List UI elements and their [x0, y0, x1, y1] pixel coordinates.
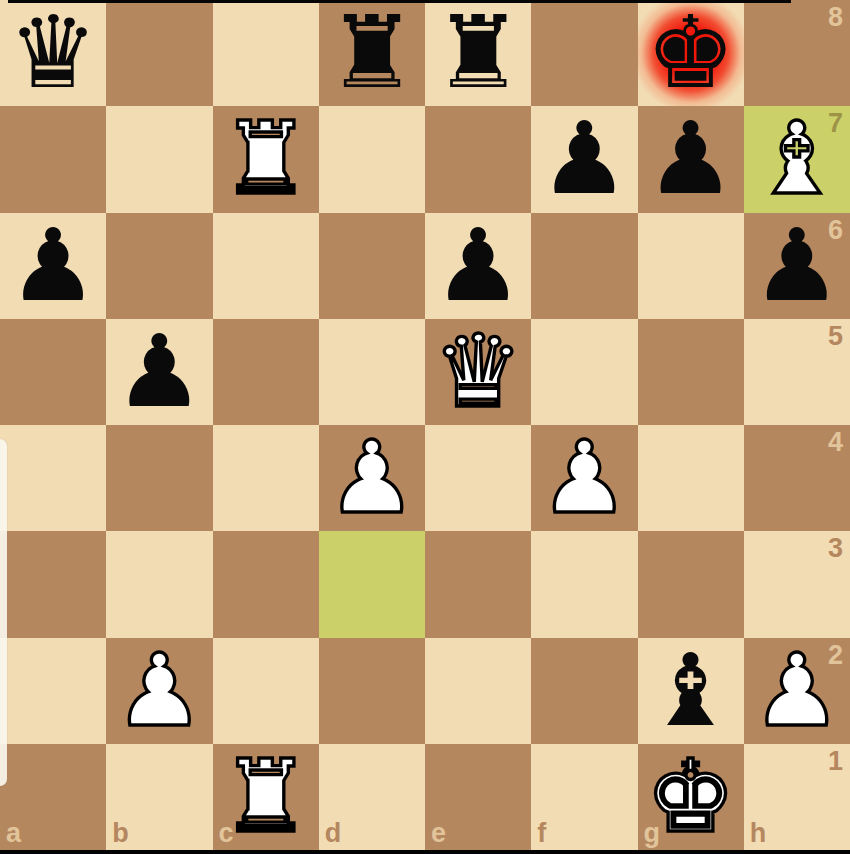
square-g2[interactable]: ♝ — [638, 638, 744, 744]
square-g4[interactable] — [638, 425, 744, 531]
square-b1[interactable]: b — [106, 744, 212, 850]
square-a1[interactable]: a — [0, 744, 106, 850]
side-drawer-handle[interactable] — [0, 439, 7, 786]
piece-black-queen[interactable]: ♛ — [8, 0, 98, 106]
coord-rank-6: 6 — [828, 217, 843, 244]
square-d3[interactable] — [319, 531, 425, 637]
square-f4[interactable]: ♟ — [531, 425, 637, 531]
square-f8[interactable] — [531, 0, 637, 106]
square-b8[interactable] — [106, 0, 212, 106]
coord-file-h: h — [750, 820, 767, 847]
piece-white-rook[interactable]: ♜ — [221, 106, 311, 212]
piece-white-pawn[interactable]: ♟ — [540, 425, 630, 531]
top-edge-bar — [8, 0, 791, 3]
square-e3[interactable] — [425, 531, 531, 637]
square-d1[interactable]: d — [319, 744, 425, 850]
piece-black-pawn[interactable]: ♟ — [433, 213, 523, 319]
square-a8[interactable]: ♛ — [0, 0, 106, 106]
piece-white-rook[interactable]: ♜ — [221, 744, 311, 850]
square-e8[interactable]: ♜ — [425, 0, 531, 106]
coord-rank-3: 3 — [828, 535, 843, 562]
square-f6[interactable] — [531, 213, 637, 319]
coord-file-b: b — [112, 820, 129, 847]
coord-file-a: a — [6, 820, 21, 847]
square-b5[interactable]: ♟ — [106, 319, 212, 425]
square-d8[interactable]: ♜ — [319, 0, 425, 106]
square-g8[interactable]: ♚ — [638, 0, 744, 106]
piece-black-pawn[interactable]: ♟ — [646, 106, 736, 212]
square-a4[interactable] — [0, 425, 106, 531]
chess-board: ♛♜♜♚8♜♟♟7♝♟♟6♟♟♛5♟♟43♟♝2♟abc♜defg♚1h — [0, 0, 850, 850]
square-b7[interactable] — [106, 106, 212, 212]
square-g6[interactable] — [638, 213, 744, 319]
square-c4[interactable] — [213, 425, 319, 531]
square-c1[interactable]: c♜ — [213, 744, 319, 850]
square-h5[interactable]: 5 — [744, 319, 850, 425]
square-e7[interactable] — [425, 106, 531, 212]
coord-rank-1: 1 — [828, 748, 843, 775]
square-c3[interactable] — [213, 531, 319, 637]
square-d6[interactable] — [319, 213, 425, 319]
square-a7[interactable] — [0, 106, 106, 212]
square-h8[interactable]: 8 — [744, 0, 850, 106]
square-f7[interactable]: ♟ — [531, 106, 637, 212]
square-g7[interactable]: ♟ — [638, 106, 744, 212]
square-d4[interactable]: ♟ — [319, 425, 425, 531]
square-f2[interactable] — [531, 638, 637, 744]
square-a5[interactable] — [0, 319, 106, 425]
square-e5[interactable]: ♛ — [425, 319, 531, 425]
square-g5[interactable] — [638, 319, 744, 425]
square-c7[interactable]: ♜ — [213, 106, 319, 212]
coord-file-f: f — [537, 820, 546, 847]
square-c5[interactable] — [213, 319, 319, 425]
square-g3[interactable] — [638, 531, 744, 637]
coord-file-c: c — [219, 820, 234, 847]
coord-rank-4: 4 — [828, 429, 843, 456]
square-h4[interactable]: 4 — [744, 425, 850, 531]
piece-black-pawn[interactable]: ♟ — [115, 319, 205, 425]
square-b4[interactable] — [106, 425, 212, 531]
square-e4[interactable] — [425, 425, 531, 531]
square-d2[interactable] — [319, 638, 425, 744]
piece-black-rook[interactable]: ♜ — [433, 0, 523, 106]
piece-black-rook[interactable]: ♜ — [327, 0, 417, 106]
square-d5[interactable] — [319, 319, 425, 425]
square-h2[interactable]: 2♟ — [744, 638, 850, 744]
piece-white-pawn[interactable]: ♟ — [327, 425, 417, 531]
square-b3[interactable] — [106, 531, 212, 637]
coord-file-e: e — [431, 820, 446, 847]
square-h1[interactable]: 1h — [744, 744, 850, 850]
coord-file-d: d — [325, 820, 342, 847]
square-h6[interactable]: 6♟ — [744, 213, 850, 319]
square-c6[interactable] — [213, 213, 319, 319]
bottom-edge-bar — [0, 850, 850, 854]
square-e6[interactable]: ♟ — [425, 213, 531, 319]
square-g1[interactable]: g♚ — [638, 744, 744, 850]
square-b2[interactable]: ♟ — [106, 638, 212, 744]
square-f5[interactable] — [531, 319, 637, 425]
piece-black-pawn[interactable]: ♟ — [8, 213, 98, 319]
piece-black-king[interactable]: ♚ — [646, 0, 736, 106]
square-e2[interactable] — [425, 638, 531, 744]
square-a3[interactable] — [0, 531, 106, 637]
square-e1[interactable]: e — [425, 744, 531, 850]
square-d7[interactable] — [319, 106, 425, 212]
piece-white-queen[interactable]: ♛ — [433, 319, 523, 425]
square-b6[interactable] — [106, 213, 212, 319]
square-h7[interactable]: 7♝ — [744, 106, 850, 212]
coord-rank-8: 8 — [828, 4, 843, 31]
square-a6[interactable]: ♟ — [0, 213, 106, 319]
piece-white-pawn[interactable]: ♟ — [115, 638, 205, 744]
piece-black-bishop[interactable]: ♝ — [646, 638, 736, 744]
square-c2[interactable] — [213, 638, 319, 744]
coord-rank-2: 2 — [828, 642, 843, 669]
coord-rank-7: 7 — [828, 110, 843, 137]
square-a2[interactable] — [0, 638, 106, 744]
coord-rank-5: 5 — [828, 323, 843, 350]
square-h3[interactable]: 3 — [744, 531, 850, 637]
square-f3[interactable] — [531, 531, 637, 637]
square-c8[interactable] — [213, 0, 319, 106]
square-f1[interactable]: f — [531, 744, 637, 850]
coord-file-g: g — [644, 820, 661, 847]
piece-black-pawn[interactable]: ♟ — [540, 106, 630, 212]
